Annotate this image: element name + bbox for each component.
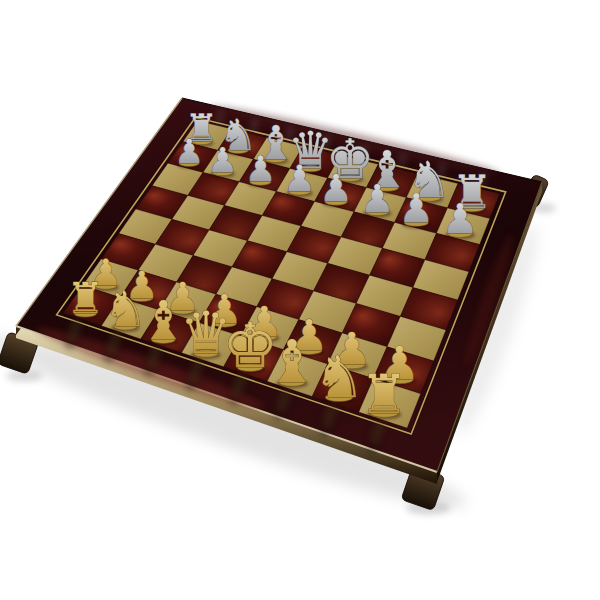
piece-white-rook: ♜ [360, 363, 408, 426]
piece-black-pawn: ♟ [174, 132, 204, 171]
svg-text:♟: ♟ [319, 166, 352, 210]
svg-text:♝: ♝ [266, 328, 319, 396]
svg-text:♟: ♟ [174, 132, 204, 171]
piece-white-bishop: ♝ [266, 328, 319, 396]
piece-black-pawn: ♟ [245, 148, 277, 189]
chess-set-product-photo: ♜♞♝♛♚♝♞♜♟♟♟♟♟♟♟♟♟♟♟♟♟♟♟♟♜♞♝♛♚♝♞♜ [0, 0, 600, 600]
svg-text:♞: ♞ [313, 343, 365, 411]
piece-white-knight: ♞ [313, 343, 365, 411]
piece-black-pawn: ♟ [399, 185, 434, 231]
piece-black-pawn: ♟ [283, 157, 316, 200]
svg-text:♜: ♜ [66, 274, 104, 323]
chess-board: ♜♞♝♛♚♝♞♜♟♟♟♟♟♟♟♟♟♟♟♟♟♟♟♟♜♞♝♛♚♝♞♜ [0, 0, 600, 600]
piece-white-rook: ♜ [66, 274, 104, 323]
svg-text:♟: ♟ [207, 140, 238, 180]
svg-text:♟: ♟ [399, 185, 434, 231]
piece-black-pawn: ♟ [207, 140, 238, 180]
svg-text:♟: ♟ [283, 157, 316, 200]
svg-text:♟: ♟ [245, 148, 277, 189]
svg-text:♟: ♟ [442, 195, 479, 243]
svg-text:♜: ♜ [360, 363, 408, 426]
piece-black-pawn: ♟ [319, 166, 352, 210]
piece-black-pawn: ♟ [360, 176, 394, 221]
svg-text:♟: ♟ [360, 176, 394, 221]
piece-black-pawn: ♟ [442, 195, 479, 243]
